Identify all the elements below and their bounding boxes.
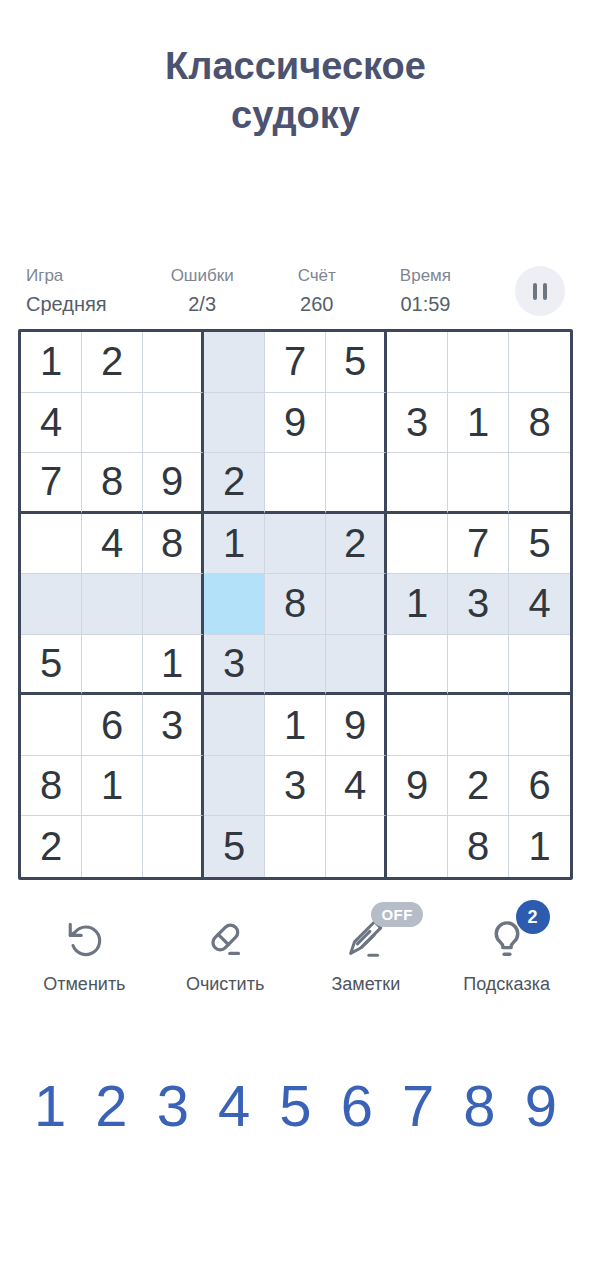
cell-r3c4[interactable]: 2	[204, 453, 265, 514]
numpad-3[interactable]: 3	[157, 1077, 189, 1135]
numpad: 1 2 3 4 5 6 7 8 9	[0, 1077, 591, 1135]
cell-r7c9[interactable]	[509, 695, 570, 756]
stat-time-label: Время	[400, 266, 451, 286]
cell-r5c1[interactable]	[21, 574, 82, 635]
cell-r8c5[interactable]: 3	[265, 756, 326, 817]
cell-r9c2[interactable]	[82, 816, 143, 877]
stat-game: Игра Средняя	[26, 266, 107, 316]
page-title-line1: Классическое	[0, 42, 591, 91]
cell-r8c4[interactable]	[204, 756, 265, 817]
cell-r2c7[interactable]: 3	[387, 393, 448, 454]
lightbulb-icon: 2	[484, 914, 530, 962]
pause-button[interactable]	[515, 266, 565, 316]
cell-r6c5[interactable]	[265, 635, 326, 696]
cell-r8c9[interactable]: 6	[509, 756, 570, 817]
cell-r9c6[interactable]	[326, 816, 387, 877]
cell-r2c2[interactable]	[82, 393, 143, 454]
cell-r3c5[interactable]	[265, 453, 326, 514]
stat-game-label: Игра	[26, 266, 107, 286]
stat-mistakes: Ошибки 2/3	[171, 266, 234, 316]
undo-button[interactable]: Отменить	[24, 914, 144, 995]
cell-r8c2[interactable]: 1	[82, 756, 143, 817]
cell-r1c3[interactable]	[143, 332, 204, 393]
cell-r4c7[interactable]	[387, 514, 448, 575]
numpad-6[interactable]: 6	[341, 1077, 373, 1135]
stat-time-value: 01:59	[400, 293, 451, 316]
board-wrap: 1275493187892481275813451363198134926258…	[0, 329, 591, 880]
cell-r4c8[interactable]: 7	[448, 514, 509, 575]
numpad-1[interactable]: 1	[34, 1077, 66, 1135]
cell-r9c4[interactable]: 5	[204, 816, 265, 877]
cell-r5c3[interactable]	[143, 574, 204, 635]
cell-r6c3[interactable]: 1	[143, 635, 204, 696]
cell-r9c3[interactable]	[143, 816, 204, 877]
page-title-line2: судоку	[0, 91, 591, 140]
cell-r1c6[interactable]: 5	[326, 332, 387, 393]
cell-r4c9[interactable]: 5	[509, 514, 570, 575]
undo-icon	[62, 914, 106, 962]
stat-time: Время 01:59	[400, 266, 451, 316]
erase-button[interactable]: Очистить	[165, 914, 285, 995]
cell-r3c2[interactable]: 8	[82, 453, 143, 514]
cell-r8c8[interactable]: 2	[448, 756, 509, 817]
cell-r1c2[interactable]: 2	[82, 332, 143, 393]
cell-r7c7[interactable]	[387, 695, 448, 756]
erase-label: Очистить	[186, 974, 264, 995]
cell-r6c6[interactable]	[326, 635, 387, 696]
cell-r6c1[interactable]: 5	[21, 635, 82, 696]
cell-r2c3[interactable]	[143, 393, 204, 454]
pause-icon	[533, 283, 547, 300]
cell-r5c4[interactable]	[204, 574, 265, 635]
stat-score-label: Счёт	[298, 266, 336, 286]
stat-mistakes-label: Ошибки	[171, 266, 234, 286]
pencil-icon: OFF	[343, 914, 389, 962]
cell-r1c5[interactable]: 7	[265, 332, 326, 393]
cell-r3c7[interactable]	[387, 453, 448, 514]
cell-r5c8[interactable]: 3	[448, 574, 509, 635]
cell-r1c9[interactable]	[509, 332, 570, 393]
toolbar: Отменить Очистить OFF Заметки	[0, 914, 591, 995]
cell-r4c1[interactable]	[21, 514, 82, 575]
numpad-4[interactable]: 4	[218, 1077, 250, 1135]
cell-r9c5[interactable]	[265, 816, 326, 877]
cell-r5c6[interactable]	[326, 574, 387, 635]
notes-button[interactable]: OFF Заметки	[306, 914, 426, 995]
cell-r7c4[interactable]	[204, 695, 265, 756]
cell-r3c9[interactable]	[509, 453, 570, 514]
cell-r3c1[interactable]: 7	[21, 453, 82, 514]
cell-r8c6[interactable]: 4	[326, 756, 387, 817]
numpad-5[interactable]: 5	[279, 1077, 311, 1135]
cell-r8c3[interactable]	[143, 756, 204, 817]
cell-r3c3[interactable]: 9	[143, 453, 204, 514]
cell-r8c7[interactable]: 9	[387, 756, 448, 817]
cell-r7c6[interactable]: 9	[326, 695, 387, 756]
cell-r4c6[interactable]: 2	[326, 514, 387, 575]
stat-mistakes-value: 2/3	[171, 293, 234, 316]
cell-r8c1[interactable]: 8	[21, 756, 82, 817]
cell-r3c6[interactable]	[326, 453, 387, 514]
stat-game-value: Средняя	[26, 293, 107, 316]
cell-r3c8[interactable]	[448, 453, 509, 514]
cell-r1c1[interactable]: 1	[21, 332, 82, 393]
cell-r7c1[interactable]	[21, 695, 82, 756]
numpad-9[interactable]: 9	[525, 1077, 557, 1135]
cell-r2c5[interactable]: 9	[265, 393, 326, 454]
cell-r9c9[interactable]: 1	[509, 816, 570, 877]
cell-r2c4[interactable]	[204, 393, 265, 454]
cell-r2c1[interactable]: 4	[21, 393, 82, 454]
cell-r5c9[interactable]: 4	[509, 574, 570, 635]
cell-r5c2[interactable]	[82, 574, 143, 635]
cell-r1c4[interactable]	[204, 332, 265, 393]
cell-r5c7[interactable]: 1	[387, 574, 448, 635]
numpad-2[interactable]: 2	[95, 1077, 127, 1135]
cell-r9c7[interactable]	[387, 816, 448, 877]
cell-r1c7[interactable]	[387, 332, 448, 393]
cell-r6c2[interactable]	[82, 635, 143, 696]
sudoku-grid: 1275493187892481275813451363198134926258…	[18, 329, 573, 880]
cell-r2c6[interactable]	[326, 393, 387, 454]
cell-r4c2[interactable]: 4	[82, 514, 143, 575]
cell-r6c7[interactable]	[387, 635, 448, 696]
numpad-7[interactable]: 7	[402, 1077, 434, 1135]
cell-r6c9[interactable]	[509, 635, 570, 696]
cell-r4c3[interactable]: 8	[143, 514, 204, 575]
cell-r6c8[interactable]	[448, 635, 509, 696]
cell-r9c8[interactable]: 8	[448, 816, 509, 877]
cell-r7c3[interactable]: 3	[143, 695, 204, 756]
eraser-icon	[202, 914, 248, 962]
notes-off-badge: OFF	[371, 902, 423, 927]
hint-count-badge: 2	[516, 900, 550, 934]
numpad-8[interactable]: 8	[463, 1077, 495, 1135]
hint-label: Подсказка	[463, 974, 550, 995]
cell-r7c5[interactable]: 1	[265, 695, 326, 756]
page-title: Классическое судоку	[0, 42, 591, 140]
cell-r4c4[interactable]: 1	[204, 514, 265, 575]
stat-score-value: 260	[298, 293, 336, 316]
cell-r7c8[interactable]	[448, 695, 509, 756]
cell-r9c1[interactable]: 2	[21, 816, 82, 877]
cell-r4c5[interactable]	[265, 514, 326, 575]
cell-r7c2[interactable]: 6	[82, 695, 143, 756]
cell-r2c9[interactable]: 8	[509, 393, 570, 454]
cell-r2c8[interactable]: 1	[448, 393, 509, 454]
cell-r6c4[interactable]: 3	[204, 635, 265, 696]
stat-score: Счёт 260	[298, 266, 336, 316]
stats-bar: Игра Средняя Ошибки 2/3 Счёт 260 Время 0…	[0, 266, 591, 316]
cell-r5c5[interactable]: 8	[265, 574, 326, 635]
notes-label: Заметки	[331, 974, 400, 995]
cell-r1c8[interactable]	[448, 332, 509, 393]
undo-label: Отменить	[43, 974, 125, 995]
hint-button[interactable]: 2 Подсказка	[447, 914, 567, 995]
